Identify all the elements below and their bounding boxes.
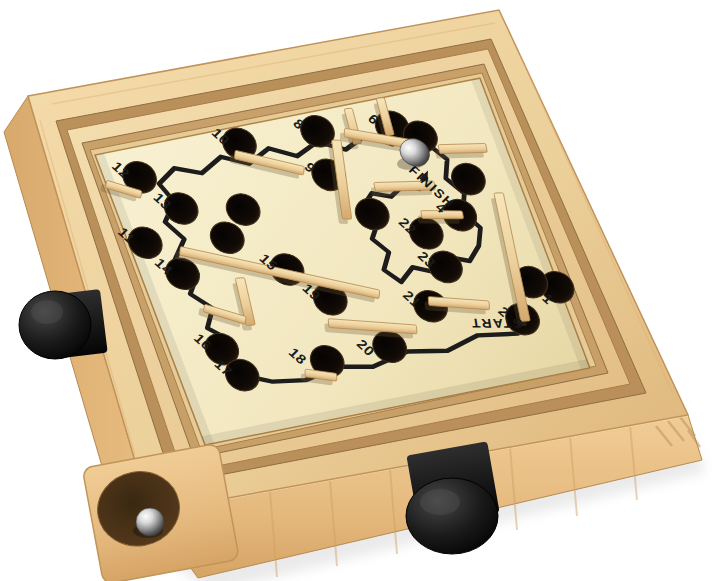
ball-storage-pocket: [82, 443, 239, 581]
front-knob-highlight: [420, 489, 460, 515]
maze-wall: [438, 143, 487, 153]
left-knob-face: [19, 291, 91, 359]
labyrinth-product-photo: 10 8 6 9 12 11 13 4 14 15 19 16 17 18 20…: [0, 0, 720, 581]
front-tilt-knob[interactable]: [406, 441, 500, 554]
labyrinth-scene: 10 8 6 9 12 11 13 4 14 15 19 16 17 18 20…: [0, 0, 720, 581]
left-knob-highlight: [31, 300, 63, 324]
front-knob-face: [406, 478, 498, 554]
start-label: START: [469, 316, 523, 331]
spare-steel-ball[interactable]: [136, 508, 164, 536]
left-tilt-knob[interactable]: [19, 289, 108, 359]
